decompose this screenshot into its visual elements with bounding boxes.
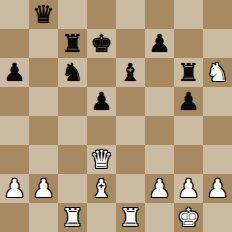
square-e3[interactable]	[116, 145, 145, 174]
piece-black-rook[interactable]: ♜	[61, 29, 83, 58]
square-h7[interactable]	[203, 29, 232, 58]
square-c8[interactable]	[58, 0, 87, 29]
square-f7[interactable]: ♟	[145, 29, 174, 58]
square-f8[interactable]	[145, 0, 174, 29]
piece-white-pawn[interactable]: ♟	[32, 174, 54, 203]
square-f5[interactable]	[145, 87, 174, 116]
square-b2[interactable]: ♟	[29, 174, 58, 203]
square-b1[interactable]	[29, 203, 58, 232]
square-f4[interactable]	[145, 116, 174, 145]
piece-white-pawn[interactable]: ♟	[206, 174, 228, 203]
square-f3[interactable]	[145, 145, 174, 174]
square-f6[interactable]	[145, 58, 174, 87]
square-g3[interactable]	[174, 145, 203, 174]
square-h5[interactable]	[203, 87, 232, 116]
square-c6[interactable]: ♞	[58, 58, 87, 87]
square-c1[interactable]: ♜	[58, 203, 87, 232]
square-d6[interactable]	[87, 58, 116, 87]
piece-white-queen[interactable]: ♛	[90, 145, 112, 174]
square-e8[interactable]	[116, 0, 145, 29]
piece-black-pawn[interactable]: ♟	[148, 29, 170, 58]
square-e5[interactable]	[116, 87, 145, 116]
square-d7[interactable]: ♚	[87, 29, 116, 58]
square-g2[interactable]: ♟	[174, 174, 203, 203]
square-e6[interactable]: ♝	[116, 58, 145, 87]
square-h8[interactable]	[203, 0, 232, 29]
square-b6[interactable]	[29, 58, 58, 87]
square-g8[interactable]	[174, 0, 203, 29]
square-d2[interactable]: ♝	[87, 174, 116, 203]
square-b4[interactable]	[29, 116, 58, 145]
piece-black-pawn[interactable]: ♟	[90, 87, 112, 116]
piece-white-pawn[interactable]: ♟	[3, 174, 25, 203]
piece-white-king[interactable]: ♚	[177, 203, 199, 232]
square-e1[interactable]: ♜	[116, 203, 145, 232]
square-c2[interactable]	[58, 174, 87, 203]
chess-board: ♛♜♚♟♟♞♝♜♞♟♟♛♟♟♝♟♟♟♜♜♚	[0, 0, 232, 232]
square-d5[interactable]: ♟	[87, 87, 116, 116]
square-a3[interactable]	[0, 145, 29, 174]
square-e7[interactable]	[116, 29, 145, 58]
square-b3[interactable]	[29, 145, 58, 174]
piece-black-bishop[interactable]: ♝	[119, 58, 141, 87]
square-g6[interactable]: ♜	[174, 58, 203, 87]
square-b7[interactable]	[29, 29, 58, 58]
piece-black-knight[interactable]: ♞	[61, 58, 83, 87]
piece-white-rook[interactable]: ♜	[61, 203, 83, 232]
square-g1[interactable]: ♚	[174, 203, 203, 232]
square-d1[interactable]	[87, 203, 116, 232]
square-c5[interactable]	[58, 87, 87, 116]
square-g4[interactable]	[174, 116, 203, 145]
square-h2[interactable]: ♟	[203, 174, 232, 203]
square-a5[interactable]	[0, 87, 29, 116]
piece-black-rook[interactable]: ♜	[177, 58, 199, 87]
piece-white-bishop[interactable]: ♝	[90, 174, 112, 203]
square-h3[interactable]	[203, 145, 232, 174]
square-g7[interactable]	[174, 29, 203, 58]
square-c3[interactable]	[58, 145, 87, 174]
square-h6[interactable]: ♞	[203, 58, 232, 87]
square-b8[interactable]: ♛	[29, 0, 58, 29]
square-a1[interactable]	[0, 203, 29, 232]
square-e4[interactable]	[116, 116, 145, 145]
square-c4[interactable]	[58, 116, 87, 145]
piece-black-pawn[interactable]: ♟	[177, 87, 199, 116]
square-b5[interactable]	[29, 87, 58, 116]
piece-white-pawn[interactable]: ♟	[148, 174, 170, 203]
square-f2[interactable]: ♟	[145, 174, 174, 203]
square-c7[interactable]: ♜	[58, 29, 87, 58]
piece-black-queen[interactable]: ♛	[32, 0, 54, 29]
square-g5[interactable]: ♟	[174, 87, 203, 116]
square-h1[interactable]	[203, 203, 232, 232]
piece-black-king[interactable]: ♚	[90, 29, 112, 58]
square-a6[interactable]: ♟	[0, 58, 29, 87]
piece-black-pawn[interactable]: ♟	[3, 58, 25, 87]
piece-white-knight[interactable]: ♞	[206, 58, 228, 87]
square-a8[interactable]	[0, 0, 29, 29]
square-d4[interactable]	[87, 116, 116, 145]
square-d8[interactable]	[87, 0, 116, 29]
square-a7[interactable]	[0, 29, 29, 58]
square-e2[interactable]	[116, 174, 145, 203]
piece-white-pawn[interactable]: ♟	[177, 174, 199, 203]
piece-white-rook[interactable]: ♜	[119, 203, 141, 232]
square-a4[interactable]	[0, 116, 29, 145]
square-a2[interactable]: ♟	[0, 174, 29, 203]
square-d3[interactable]: ♛	[87, 145, 116, 174]
square-f1[interactable]	[145, 203, 174, 232]
square-h4[interactable]	[203, 116, 232, 145]
